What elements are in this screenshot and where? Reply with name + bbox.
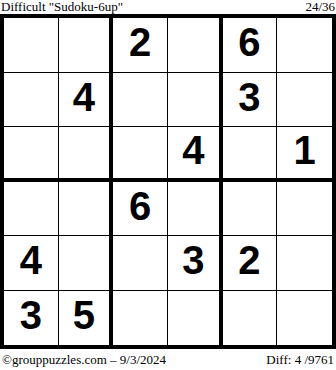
cell-r1c6-empty[interactable] <box>277 18 332 73</box>
cell-r1c1-empty[interactable] <box>4 18 59 73</box>
cell-r5c4-given: 3 <box>168 236 223 291</box>
cell-r6c3-empty[interactable] <box>113 291 168 346</box>
cell-r5c3-empty[interactable] <box>113 236 168 291</box>
cell-r3c3-empty[interactable] <box>113 127 168 182</box>
cell-r6c4-empty[interactable] <box>168 291 223 346</box>
copyright-date: ©grouppuzzles.com – 9/3/2024 <box>2 352 166 368</box>
puzzle-title: Difficult "Sudoku-6up" <box>1 0 123 14</box>
cell-r6c2-given: 5 <box>59 291 114 346</box>
cell-r2c3-empty[interactable] <box>113 73 168 128</box>
cell-r3c4-given: 4 <box>168 127 223 182</box>
cell-r4c5-empty[interactable] <box>223 182 278 237</box>
header: Difficult "Sudoku-6up" 24/36 <box>0 0 336 14</box>
cell-r3c2-empty[interactable] <box>59 127 114 182</box>
cell-r2c1-empty[interactable] <box>4 73 59 128</box>
cell-r1c4-empty[interactable] <box>168 18 223 73</box>
sudoku-grid: 264341643235 <box>0 14 336 349</box>
cell-r1c2-empty[interactable] <box>59 18 114 73</box>
cell-r2c4-empty[interactable] <box>168 73 223 128</box>
cell-r3c6-given: 1 <box>277 127 332 182</box>
cell-r2c2-given: 4 <box>59 73 114 128</box>
cell-r2c5-given: 3 <box>223 73 278 128</box>
cell-r1c3-given: 2 <box>113 18 168 73</box>
cell-r4c3-given: 6 <box>113 182 168 237</box>
remaining-counter: 24/36 <box>305 0 335 14</box>
cell-r4c2-empty[interactable] <box>59 182 114 237</box>
cell-r1c5-given: 6 <box>223 18 278 73</box>
footer: ©grouppuzzles.com – 9/3/2024 Diff: 4 /97… <box>0 349 336 370</box>
cell-r6c5-empty[interactable] <box>223 291 278 346</box>
cell-r5c5-given: 2 <box>223 236 278 291</box>
cell-r5c2-empty[interactable] <box>59 236 114 291</box>
cell-r6c1-given: 3 <box>4 291 59 346</box>
cell-r4c1-empty[interactable] <box>4 182 59 237</box>
cell-r4c6-empty[interactable] <box>277 182 332 237</box>
cell-r4c4-empty[interactable] <box>168 182 223 237</box>
cell-r2c6-empty[interactable] <box>277 73 332 128</box>
cell-r3c5-empty[interactable] <box>223 127 278 182</box>
difficulty-rating: Diff: 4 /9761 <box>266 352 334 368</box>
cell-r5c6-empty[interactable] <box>277 236 332 291</box>
puzzle-page: Difficult "Sudoku-6up" 24/36 26434164323… <box>0 0 336 370</box>
cell-r3c1-empty[interactable] <box>4 127 59 182</box>
cell-r6c6-empty[interactable] <box>277 291 332 346</box>
cell-r5c1-given: 4 <box>4 236 59 291</box>
